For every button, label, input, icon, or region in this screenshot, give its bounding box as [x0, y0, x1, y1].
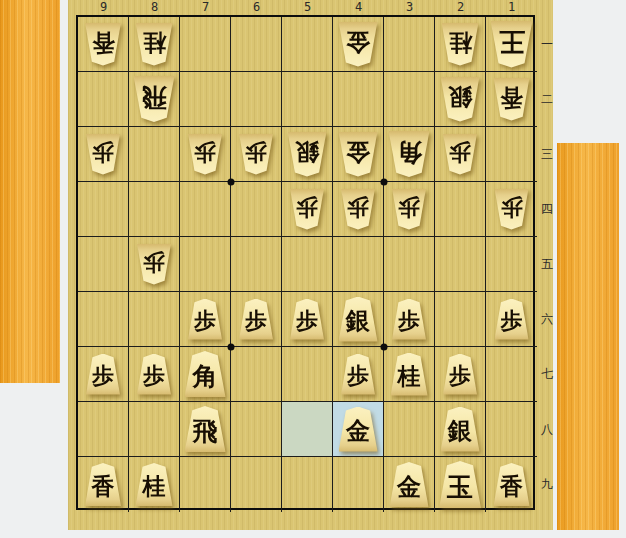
- piece-kanji: 桂: [143, 475, 166, 498]
- square-3-5[interactable]: [384, 237, 435, 292]
- piece-kanji: 歩: [347, 196, 369, 218]
- piece-kanji: 歩: [501, 196, 523, 218]
- piece-kanji: 王: [499, 29, 525, 55]
- square-9-2[interactable]: [78, 72, 129, 127]
- piece-kanji: 歩: [194, 310, 216, 332]
- piece-kanji: 角: [193, 364, 218, 389]
- piece-歩-sente[interactable]: 歩: [290, 299, 324, 340]
- shogi-app: 987654321 香桂金桂王飛銀香歩歩歩銀金角歩歩歩歩歩歩歩歩歩銀歩歩歩歩角歩…: [0, 0, 626, 538]
- square-8-5[interactable]: 歩: [129, 237, 180, 292]
- piece-金-gote[interactable]: 金: [339, 132, 378, 177]
- piece-角-gote[interactable]: 角: [389, 131, 430, 177]
- piece-歩-sente[interactable]: 歩: [443, 354, 477, 395]
- square-2-9[interactable]: 玉: [435, 457, 486, 512]
- piece-歩-sente[interactable]: 歩: [495, 299, 529, 340]
- piece-kanji: 歩: [245, 141, 267, 163]
- file-label-9: 9: [78, 1, 129, 15]
- square-7-9[interactable]: [180, 457, 231, 512]
- piece-金-sente[interactable]: 金: [390, 462, 429, 507]
- piece-歩-gote[interactable]: 歩: [137, 244, 171, 285]
- piece-kanji: 金: [346, 30, 370, 54]
- square-5-8[interactable]: [282, 402, 333, 457]
- square-4-7[interactable]: 歩: [333, 347, 384, 402]
- piece-歩-sente[interactable]: 歩: [188, 299, 222, 340]
- piece-歩-gote[interactable]: 歩: [341, 189, 375, 230]
- square-3-9[interactable]: 金: [384, 457, 435, 512]
- file-label-1: 1: [486, 1, 537, 15]
- square-5-2[interactable]: [282, 72, 333, 127]
- piece-kanji: 金: [397, 475, 421, 499]
- star-point: [228, 344, 235, 351]
- square-1-4[interactable]: 歩: [486, 182, 537, 237]
- rank-labels: 一二三四五六七八九: [540, 17, 554, 512]
- piece-kanji: 桂: [143, 31, 166, 54]
- square-6-2[interactable]: [231, 72, 282, 127]
- square-1-6[interactable]: 歩: [486, 292, 537, 347]
- file-label-4: 4: [333, 1, 384, 15]
- file-labels: 987654321: [78, 1, 537, 15]
- piece-桂-gote[interactable]: 桂: [442, 23, 479, 66]
- piece-王-gote[interactable]: 王: [491, 21, 533, 68]
- piece-歩-sente[interactable]: 歩: [392, 299, 426, 340]
- piece-kanji: 銀: [295, 140, 319, 164]
- square-6-3[interactable]: 歩: [231, 127, 282, 182]
- square-8-1[interactable]: 桂: [129, 17, 180, 72]
- square-7-8[interactable]: 飛: [180, 402, 231, 457]
- piece-kanji: 歩: [194, 141, 216, 163]
- piece-kanji: 歩: [449, 141, 471, 163]
- square-7-3[interactable]: 歩: [180, 127, 231, 182]
- square-1-2[interactable]: 香: [486, 72, 537, 127]
- piece-歩-gote[interactable]: 歩: [239, 134, 273, 175]
- piece-銀-gote[interactable]: 銀: [288, 132, 327, 177]
- square-5-5[interactable]: [282, 237, 333, 292]
- square-2-1[interactable]: 桂: [435, 17, 486, 72]
- square-6-8[interactable]: [231, 402, 282, 457]
- square-8-8[interactable]: [129, 402, 180, 457]
- star-point: [228, 179, 235, 186]
- square-7-1[interactable]: [180, 17, 231, 72]
- square-4-9[interactable]: [333, 457, 384, 512]
- piece-kanji: 香: [500, 86, 523, 109]
- rank-label-4: 四: [540, 182, 554, 237]
- piece-歩-gote[interactable]: 歩: [495, 189, 529, 230]
- piece-銀-sente[interactable]: 銀: [339, 297, 378, 342]
- square-3-4[interactable]: 歩: [384, 182, 435, 237]
- square-6-6[interactable]: 歩: [231, 292, 282, 347]
- square-9-3[interactable]: 歩: [78, 127, 129, 182]
- piece-kanji: 桂: [449, 31, 472, 54]
- piece-歩-gote[interactable]: 歩: [86, 134, 120, 175]
- piece-kanji: 銀: [448, 85, 472, 109]
- square-5-4[interactable]: 歩: [282, 182, 333, 237]
- square-4-8[interactable]: 金: [333, 402, 384, 457]
- piece-kanji: 金: [346, 419, 370, 443]
- piece-金-gote[interactable]: 金: [339, 22, 378, 67]
- piece-kanji: 金: [346, 140, 370, 164]
- piece-歩-gote[interactable]: 歩: [188, 134, 222, 175]
- square-4-3[interactable]: 金: [333, 127, 384, 182]
- square-9-4[interactable]: [78, 182, 129, 237]
- piece-銀-sente[interactable]: 銀: [441, 407, 480, 452]
- piece-桂-gote[interactable]: 桂: [136, 23, 173, 66]
- piece-kanji: 歩: [449, 365, 471, 387]
- square-9-1[interactable]: 香: [78, 17, 129, 72]
- square-5-6[interactable]: 歩: [282, 292, 333, 347]
- piece-kanji: 銀: [448, 419, 472, 443]
- piece-銀-gote[interactable]: 銀: [441, 77, 480, 122]
- square-2-8[interactable]: 銀: [435, 402, 486, 457]
- piece-香-sente[interactable]: 香: [494, 463, 530, 506]
- piece-角-sente[interactable]: 角: [185, 351, 226, 397]
- rank-label-7: 七: [540, 347, 554, 402]
- piece-飛-gote[interactable]: 飛: [134, 76, 175, 122]
- square-8-7[interactable]: 歩: [129, 347, 180, 402]
- square-4-6[interactable]: 銀: [333, 292, 384, 347]
- piece-kanji: 歩: [92, 141, 114, 163]
- piece-金-sente[interactable]: 金: [339, 407, 378, 452]
- piece-kanji: 歩: [501, 310, 523, 332]
- file-label-3: 3: [384, 1, 435, 15]
- piece-歩-gote[interactable]: 歩: [443, 134, 477, 175]
- piece-桂-sente[interactable]: 桂: [391, 353, 428, 396]
- square-3-6[interactable]: 歩: [384, 292, 435, 347]
- square-8-4[interactable]: [129, 182, 180, 237]
- file-label-5: 5: [282, 1, 333, 15]
- square-9-6[interactable]: [78, 292, 129, 347]
- piece-kanji: 銀: [346, 309, 370, 333]
- square-2-5[interactable]: [435, 237, 486, 292]
- piece-kanji: 玉: [447, 474, 473, 500]
- square-7-5[interactable]: [180, 237, 231, 292]
- piece-kanji: 歩: [296, 310, 318, 332]
- square-6-7[interactable]: [231, 347, 282, 402]
- piece-kanji: 香: [92, 475, 115, 498]
- square-9-7[interactable]: 歩: [78, 347, 129, 402]
- square-7-4[interactable]: [180, 182, 231, 237]
- square-2-7[interactable]: 歩: [435, 347, 486, 402]
- star-point: [381, 179, 388, 186]
- piece-kanji: 飛: [193, 419, 218, 444]
- piece-歩-sente[interactable]: 歩: [86, 354, 120, 395]
- square-4-2[interactable]: [333, 72, 384, 127]
- piece-kanji: 歩: [92, 365, 114, 387]
- piece-kanji: 歩: [143, 365, 165, 387]
- gote-captured-tray[interactable]: [0, 0, 60, 383]
- piece-kanji: 歩: [245, 310, 267, 332]
- piece-kanji: 歩: [296, 196, 318, 218]
- rank-label-6: 六: [540, 292, 554, 347]
- rank-label-5: 五: [540, 237, 554, 292]
- square-3-1[interactable]: [384, 17, 435, 72]
- square-8-2[interactable]: 飛: [129, 72, 180, 127]
- sente-captured-tray[interactable]: [557, 143, 619, 530]
- square-2-2[interactable]: 銀: [435, 72, 486, 127]
- piece-飛-sente[interactable]: 飛: [185, 406, 226, 452]
- square-8-9[interactable]: 桂: [129, 457, 180, 512]
- square-6-9[interactable]: [231, 457, 282, 512]
- square-1-9[interactable]: 香: [486, 457, 537, 512]
- square-3-2[interactable]: [384, 72, 435, 127]
- square-7-7[interactable]: 角: [180, 347, 231, 402]
- square-9-8[interactable]: [78, 402, 129, 457]
- square-1-7[interactable]: [486, 347, 537, 402]
- shogi-board-panel: 987654321 香桂金桂王飛銀香歩歩歩銀金角歩歩歩歩歩歩歩歩歩銀歩歩歩歩角歩…: [68, 0, 553, 530]
- piece-kanji: 香: [500, 475, 523, 498]
- piece-kanji: 歩: [143, 251, 165, 273]
- piece-桂-sente[interactable]: 桂: [136, 463, 173, 506]
- piece-歩-gote[interactable]: 歩: [392, 189, 426, 230]
- file-label-2: 2: [435, 1, 486, 15]
- square-5-7[interactable]: [282, 347, 333, 402]
- piece-kanji: 歩: [398, 196, 420, 218]
- rank-label-8: 八: [540, 402, 554, 457]
- piece-香-gote[interactable]: 香: [494, 78, 530, 121]
- square-2-4[interactable]: [435, 182, 486, 237]
- square-4-1[interactable]: 金: [333, 17, 384, 72]
- square-4-5[interactable]: [333, 237, 384, 292]
- piece-歩-sente[interactable]: 歩: [239, 299, 273, 340]
- square-1-5[interactable]: [486, 237, 537, 292]
- square-1-1[interactable]: 王: [486, 17, 537, 72]
- piece-歩-sente[interactable]: 歩: [341, 354, 375, 395]
- square-5-1[interactable]: [282, 17, 333, 72]
- file-label-8: 8: [129, 1, 180, 15]
- rank-label-1: 一: [540, 17, 554, 72]
- piece-kanji: 歩: [347, 365, 369, 387]
- square-6-5[interactable]: [231, 237, 282, 292]
- square-1-8[interactable]: [486, 402, 537, 457]
- rank-label-2: 二: [540, 72, 554, 127]
- file-label-7: 7: [180, 1, 231, 15]
- piece-kanji: 飛: [142, 85, 167, 110]
- rank-label-9: 九: [540, 457, 554, 512]
- piece-玉-sente[interactable]: 玉: [439, 461, 481, 508]
- square-3-7[interactable]: 桂: [384, 347, 435, 402]
- square-9-5[interactable]: [78, 237, 129, 292]
- square-3-8[interactable]: [384, 402, 435, 457]
- square-8-6[interactable]: [129, 292, 180, 347]
- rank-label-3: 三: [540, 127, 554, 182]
- piece-香-gote[interactable]: 香: [85, 23, 121, 66]
- piece-kanji: 歩: [398, 310, 420, 332]
- square-4-4[interactable]: 歩: [333, 182, 384, 237]
- square-7-6[interactable]: 歩: [180, 292, 231, 347]
- file-label-6: 6: [231, 1, 282, 15]
- piece-kanji: 角: [397, 140, 422, 165]
- square-3-3[interactable]: 角: [384, 127, 435, 182]
- star-point: [381, 344, 388, 351]
- piece-歩-sente[interactable]: 歩: [137, 354, 171, 395]
- square-1-3[interactable]: [486, 127, 537, 182]
- square-9-9[interactable]: 香: [78, 457, 129, 512]
- square-2-6[interactable]: [435, 292, 486, 347]
- piece-kanji: 香: [92, 31, 115, 54]
- piece-香-sente[interactable]: 香: [85, 463, 121, 506]
- square-8-3[interactable]: [129, 127, 180, 182]
- square-7-2[interactable]: [180, 72, 231, 127]
- square-6-4[interactable]: [231, 182, 282, 237]
- square-6-1[interactable]: [231, 17, 282, 72]
- piece-kanji: 桂: [398, 365, 421, 388]
- square-5-3[interactable]: 銀: [282, 127, 333, 182]
- square-2-3[interactable]: 歩: [435, 127, 486, 182]
- shogi-grid: 香桂金桂王飛銀香歩歩歩銀金角歩歩歩歩歩歩歩歩歩銀歩歩歩歩角歩桂歩飛金銀香桂金玉香: [76, 15, 535, 510]
- square-5-9[interactable]: [282, 457, 333, 512]
- piece-歩-gote[interactable]: 歩: [290, 189, 324, 230]
